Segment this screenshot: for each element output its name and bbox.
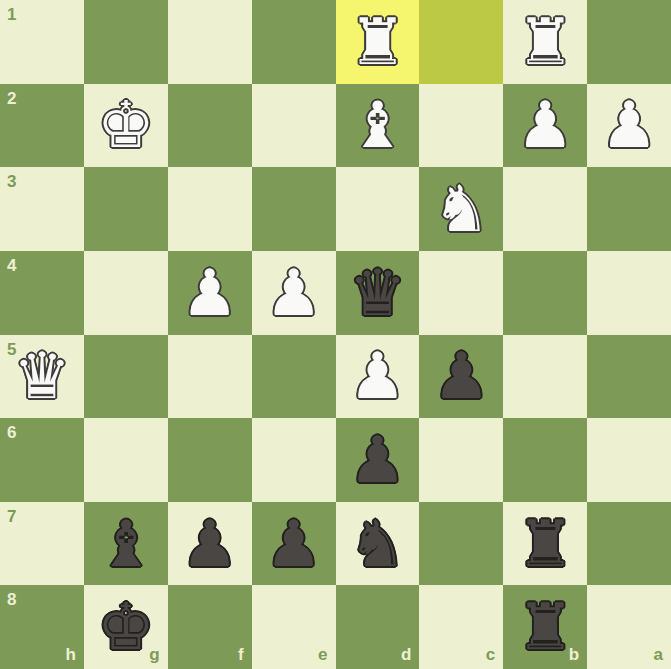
black-queen-d4[interactable]: ♛ (336, 251, 420, 335)
square-f7[interactable]: ♟ (168, 502, 252, 586)
square-e7[interactable]: ♟ (252, 502, 336, 586)
square-c6[interactable] (419, 418, 503, 502)
chess-board-wrapper: 1♜♜2♚♝♟♟3♞4♟♟♛5♛♟♟6♟7♝♟♟♞♜8hg♚fedcb♜a (0, 0, 671, 669)
square-a4[interactable] (587, 251, 671, 335)
square-b3[interactable] (503, 167, 587, 251)
file-label-c: c (486, 646, 495, 663)
square-h3[interactable]: 3 (0, 167, 84, 251)
white-queen-h5[interactable]: ♛ (0, 335, 84, 419)
file-label-e: e (318, 646, 327, 663)
square-a2[interactable]: ♟ (587, 84, 671, 168)
square-g5[interactable] (84, 335, 168, 419)
square-h6[interactable]: 6 (0, 418, 84, 502)
square-e6[interactable] (252, 418, 336, 502)
black-bishop-g7[interactable]: ♝ (84, 502, 168, 586)
square-c8[interactable]: c (419, 585, 503, 669)
square-d7[interactable]: ♞ (336, 502, 420, 586)
square-d5[interactable]: ♟ (336, 335, 420, 419)
square-e5[interactable] (252, 335, 336, 419)
square-d2[interactable]: ♝ (336, 84, 420, 168)
square-a8[interactable]: a (587, 585, 671, 669)
square-a6[interactable] (587, 418, 671, 502)
square-b7[interactable]: ♜ (503, 502, 587, 586)
square-c5[interactable]: ♟ (419, 335, 503, 419)
file-label-f: f (238, 646, 244, 663)
square-g1[interactable] (84, 0, 168, 84)
square-c7[interactable] (419, 502, 503, 586)
white-pawn-b2[interactable]: ♟ (503, 84, 587, 168)
square-f6[interactable] (168, 418, 252, 502)
square-f3[interactable] (168, 167, 252, 251)
square-g4[interactable] (84, 251, 168, 335)
square-h5[interactable]: 5♛ (0, 335, 84, 419)
white-king-g2[interactable]: ♚ (84, 84, 168, 168)
black-king-g8[interactable]: ♚ (84, 585, 168, 669)
black-rook-b8[interactable]: ♜ (503, 585, 587, 669)
square-g2[interactable]: ♚ (84, 84, 168, 168)
square-a7[interactable] (587, 502, 671, 586)
black-pawn-e7[interactable]: ♟ (252, 502, 336, 586)
square-e1[interactable] (252, 0, 336, 84)
square-b8[interactable]: b♜ (503, 585, 587, 669)
square-a1[interactable] (587, 0, 671, 84)
rank-label-6: 6 (7, 424, 16, 441)
file-label-d: d (401, 646, 411, 663)
rank-label-1: 1 (7, 6, 16, 23)
square-h1[interactable]: 1 (0, 0, 84, 84)
black-rook-b7[interactable]: ♜ (503, 502, 587, 586)
black-knight-d7[interactable]: ♞ (336, 502, 420, 586)
square-g3[interactable] (84, 167, 168, 251)
black-pawn-c5[interactable]: ♟ (419, 335, 503, 419)
white-rook-b1[interactable]: ♜ (503, 0, 587, 84)
square-f8[interactable]: f (168, 585, 252, 669)
square-d4[interactable]: ♛ (336, 251, 420, 335)
square-f4[interactable]: ♟ (168, 251, 252, 335)
square-e8[interactable]: e (252, 585, 336, 669)
rank-label-3: 3 (7, 173, 16, 190)
white-knight-c3[interactable]: ♞ (419, 167, 503, 251)
rank-label-8: 8 (7, 591, 16, 608)
square-b4[interactable] (503, 251, 587, 335)
file-label-h: h (65, 646, 75, 663)
square-g8[interactable]: g♚ (84, 585, 168, 669)
square-d3[interactable] (336, 167, 420, 251)
chess-board: 1♜♜2♚♝♟♟3♞4♟♟♛5♛♟♟6♟7♝♟♟♞♜8hg♚fedcb♜a (0, 0, 671, 669)
square-b2[interactable]: ♟ (503, 84, 587, 168)
square-c3[interactable]: ♞ (419, 167, 503, 251)
rank-label-4: 4 (7, 257, 16, 274)
rank-label-2: 2 (7, 90, 16, 107)
square-e2[interactable] (252, 84, 336, 168)
square-d6[interactable]: ♟ (336, 418, 420, 502)
black-pawn-d6[interactable]: ♟ (336, 418, 420, 502)
square-b5[interactable] (503, 335, 587, 419)
square-g6[interactable] (84, 418, 168, 502)
white-pawn-a2[interactable]: ♟ (587, 84, 671, 168)
square-c2[interactable] (419, 84, 503, 168)
square-h8[interactable]: 8h (0, 585, 84, 669)
square-h7[interactable]: 7 (0, 502, 84, 586)
square-b6[interactable] (503, 418, 587, 502)
white-rook-d1[interactable]: ♜ (336, 0, 420, 84)
white-pawn-d5[interactable]: ♟ (336, 335, 420, 419)
square-a3[interactable] (587, 167, 671, 251)
square-a5[interactable] (587, 335, 671, 419)
square-h2[interactable]: 2 (0, 84, 84, 168)
white-bishop-d2[interactable]: ♝ (336, 84, 420, 168)
square-f2[interactable] (168, 84, 252, 168)
square-d8[interactable]: d (336, 585, 420, 669)
white-pawn-e4[interactable]: ♟ (252, 251, 336, 335)
square-h4[interactable]: 4 (0, 251, 84, 335)
black-pawn-f7[interactable]: ♟ (168, 502, 252, 586)
square-d1[interactable]: ♜ (336, 0, 420, 84)
square-e4[interactable]: ♟ (252, 251, 336, 335)
rank-label-7: 7 (7, 508, 16, 525)
square-f5[interactable] (168, 335, 252, 419)
square-b1[interactable]: ♜ (503, 0, 587, 84)
square-c4[interactable] (419, 251, 503, 335)
square-f1[interactable] (168, 0, 252, 84)
square-g7[interactable]: ♝ (84, 502, 168, 586)
square-e3[interactable] (252, 167, 336, 251)
file-label-a: a (654, 646, 663, 663)
square-c1[interactable] (419, 0, 503, 84)
white-pawn-f4[interactable]: ♟ (168, 251, 252, 335)
